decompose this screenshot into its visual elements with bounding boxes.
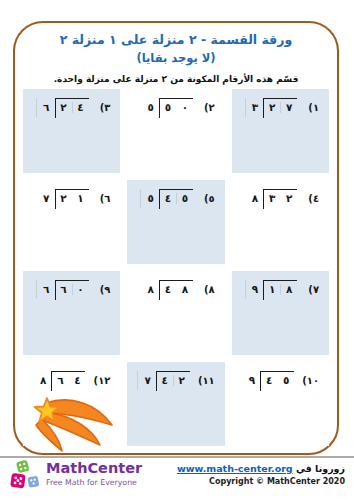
division-bracket: ٤٢ [156, 371, 190, 391]
website-link[interactable]: www.math-center.org [177, 463, 293, 474]
dividend-ones-digit: ٥ [176, 193, 193, 204]
dividend-tens-digit: ٢ [264, 102, 280, 113]
dividend-ones-digit: ٤ [72, 102, 89, 113]
problem-number: (٢ [204, 98, 215, 113]
division-bracket: ٦٠ [55, 280, 89, 300]
division-expression: ٥٥٠ [140, 98, 192, 118]
problem-cell-6: ٧٢١(٦ [23, 180, 120, 264]
problem-cell-5: ٥٤٥(٥ [127, 180, 224, 264]
problems-grid: ٣٢٧(١٥٥٠(٢٦٢٤(٣٨٣٢(٤٥٤٥(٥٧٢١(٦٩١٨(٧٨٤٨(٨… [23, 89, 329, 446]
worksheet-instruction: قسّم هذه الأرقام المكونة من ٢ منزلة على … [15, 74, 337, 84]
problem-cell-10: ٩٤٥(١٠ [232, 362, 329, 446]
problem-number: (٥ [204, 189, 215, 204]
division-expression: ٨٤٨ [140, 280, 192, 300]
problem-number: (٤ [308, 189, 319, 204]
divisor-digit: ٥ [140, 98, 158, 117]
dividend-tens-digit: ٢ [56, 102, 72, 113]
shooting-star-icon [30, 397, 114, 453]
division-expression: ٣٢٧ [245, 98, 297, 118]
problem-cell-8: ٨٤٨(٨ [127, 271, 224, 355]
divisor-digit: ٧ [137, 371, 155, 390]
divisor-digit: ٨ [245, 189, 263, 208]
division-bracket: ٣٢ [263, 189, 297, 209]
division-bracket: ٤٨ [159, 280, 193, 300]
problem-number: (٣ [100, 98, 111, 113]
dividend-ones-digit: ٧ [280, 102, 297, 113]
dividend-tens-digit: ٦ [56, 284, 72, 295]
dividend-tens-digit: ٤ [160, 284, 176, 295]
worksheet-frame: ورقة القسمة - ٢ منزلة على ١ منزلة ٢ (لا … [13, 21, 339, 455]
footer-visit-block: زورونا في www.math-center.org Copyright … [177, 463, 345, 486]
problem-number: (١٠ [302, 371, 319, 386]
dividend-ones-digit: ١ [72, 193, 89, 204]
problem-cell-4: ٨٣٢(٤ [232, 180, 329, 264]
division-expression: ٨٣٢ [245, 189, 297, 209]
problem-cell-3: ٦٢٤(٣ [23, 89, 120, 173]
divisor-digit: ٩ [242, 371, 260, 390]
divisor-digit: ٦ [36, 280, 54, 299]
problem-cell-7: ٩١٨(٧ [232, 271, 329, 355]
division-bracket: ٢٧ [263, 98, 297, 118]
division-expression: ٩٤٥ [242, 371, 294, 391]
division-expression: ٥٤٥ [140, 189, 192, 209]
dividend-tens-digit: ٤ [157, 375, 173, 386]
worksheet-subtitle: (لا يوجد بقايا) [15, 51, 337, 65]
dividend-ones-digit: ٠ [176, 102, 193, 113]
divisor-digit: ٣ [245, 98, 263, 117]
division-bracket: ٤٥ [260, 371, 294, 391]
dividend-tens-digit: ٢ [56, 193, 72, 204]
division-bracket: ٦٤ [51, 371, 85, 391]
divisor-digit: ٥ [140, 189, 158, 208]
divisor-digit: ٨ [33, 371, 51, 390]
problem-number: (٨ [204, 280, 215, 295]
dividend-tens-digit: ٤ [261, 375, 277, 386]
dividend-ones-digit: ٥ [277, 375, 294, 386]
divisor-digit: ٨ [140, 280, 158, 299]
footer-divider [0, 456, 354, 458]
problem-cell-2: ٥٥٠(٢ [127, 89, 224, 173]
worksheet-title: ورقة القسمة - ٢ منزلة على ١ منزلة ٢ [15, 23, 337, 48]
problem-cell-1: ٣٢٧(١ [232, 89, 329, 173]
problem-number: (٩ [100, 280, 111, 295]
divisor-digit: ٩ [245, 280, 263, 299]
dividend-ones-digit: ٠ [72, 284, 89, 295]
division-bracket: ٢٤ [55, 98, 89, 118]
divisor-digit: ٧ [36, 189, 54, 208]
problem-number: (٦ [100, 189, 111, 204]
division-expression: ٨٦٤ [33, 371, 85, 391]
dividend-ones-digit: ٤ [68, 375, 85, 386]
divisor-digit: ٦ [36, 98, 54, 117]
dividend-ones-digit: ٨ [176, 284, 193, 295]
division-expression: ٧٤٢ [137, 371, 189, 391]
mathcenter-logo: MathCenter Free Math for Everyone [10, 459, 142, 492]
division-expression: ٧٢١ [36, 189, 88, 209]
problem-number: (١١ [198, 371, 215, 386]
copyright: Copyright © MathCenter 2020 [177, 477, 345, 486]
problem-cell-9: ٦٦٠(٩ [23, 271, 120, 355]
division-bracket: ٤٥ [159, 189, 193, 209]
brand-name: MathCenter [46, 461, 142, 477]
division-bracket: ٢١ [55, 189, 89, 209]
division-bracket: ١٨ [263, 280, 297, 300]
dividend-tens-digit: ٣ [264, 193, 280, 204]
dividend-ones-digit: ٢ [173, 375, 190, 386]
dividend-ones-digit: ٨ [280, 284, 297, 295]
dividend-tens-digit: ٥ [160, 102, 176, 113]
problem-cell-11: ٧٤٢(١١ [127, 362, 224, 446]
visit-label: زورونا في [296, 463, 345, 474]
problem-number: (١٢ [94, 371, 111, 386]
worksheet-page: ورقة القسمة - ٢ منزلة على ١ منزلة ٢ (لا … [0, 0, 354, 500]
problem-number: (١ [308, 98, 319, 113]
dice-logo-icon [10, 459, 43, 492]
division-expression: ٦٦٠ [36, 280, 88, 300]
dividend-tens-digit: ٤ [160, 193, 176, 204]
problem-number: (٧ [308, 280, 319, 295]
division-expression: ٦٢٤ [36, 98, 88, 118]
dividend-tens-digit: ٦ [52, 375, 68, 386]
division-expression: ٩١٨ [245, 280, 297, 300]
division-bracket: ٥٠ [159, 98, 193, 118]
dividend-tens-digit: ١ [264, 284, 280, 295]
brand-tagline: Free Math for Everyone [46, 478, 142, 487]
dividend-ones-digit: ٢ [280, 193, 297, 204]
